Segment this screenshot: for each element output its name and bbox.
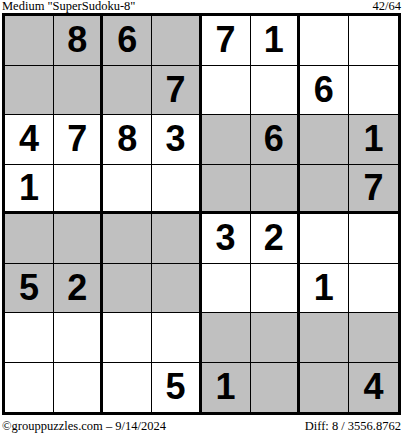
copyright-credit: ©grouppuzzles.com – 9/14/2024 xyxy=(2,419,166,433)
puzzle-title: Medium "SuperSudoku-8" xyxy=(2,0,135,13)
cell-r3c3: 8 xyxy=(103,115,152,165)
cell-r4c5[interactable] xyxy=(202,165,251,215)
cell-r5c3[interactable] xyxy=(103,214,152,264)
cell-r1c7[interactable] xyxy=(300,16,349,66)
cell-r6c6[interactable] xyxy=(251,264,300,314)
cell-r1c6: 1 xyxy=(251,16,300,66)
cell-r6c4[interactable] xyxy=(152,264,201,314)
cell-r2c5[interactable] xyxy=(202,66,251,116)
cell-r1c2: 8 xyxy=(54,16,103,66)
cell-r8c1[interactable] xyxy=(5,363,54,413)
cell-r4c3[interactable] xyxy=(103,165,152,215)
cell-r3c7[interactable] xyxy=(300,115,349,165)
cell-r5c7[interactable] xyxy=(300,214,349,264)
cell-r7c2[interactable] xyxy=(54,313,103,363)
cell-r6c8[interactable] xyxy=(349,264,398,314)
cell-r2c3[interactable] xyxy=(103,66,152,116)
cell-r3c8: 1 xyxy=(349,115,398,165)
cell-r8c2[interactable] xyxy=(54,363,103,413)
cell-r2c8[interactable] xyxy=(349,66,398,116)
cell-r6c1: 5 xyxy=(5,264,54,314)
cell-r4c8: 7 xyxy=(349,165,398,215)
cell-r4c1: 1 xyxy=(5,165,54,215)
footer: ©grouppuzzles.com – 9/14/2024 Diff: 8 / … xyxy=(2,419,401,433)
cell-r5c6: 2 xyxy=(251,214,300,264)
cell-r7c8[interactable] xyxy=(349,313,398,363)
cell-r5c8[interactable] xyxy=(349,214,398,264)
cell-r3c5[interactable] xyxy=(202,115,251,165)
cell-r7c6[interactable] xyxy=(251,313,300,363)
cell-r2c7: 6 xyxy=(300,66,349,116)
cell-r6c5[interactable] xyxy=(202,264,251,314)
cell-r1c8[interactable] xyxy=(349,16,398,66)
cell-r7c3[interactable] xyxy=(103,313,152,363)
cell-r5c4[interactable] xyxy=(152,214,201,264)
cell-r4c7[interactable] xyxy=(300,165,349,215)
cell-r4c6[interactable] xyxy=(251,165,300,215)
cell-r2c6[interactable] xyxy=(251,66,300,116)
cell-r1c1[interactable] xyxy=(5,16,54,66)
cell-r1c3: 6 xyxy=(103,16,152,66)
cell-r1c5: 7 xyxy=(202,16,251,66)
cell-r5c1[interactable] xyxy=(5,214,54,264)
cell-r6c7: 1 xyxy=(300,264,349,314)
cell-r8c5: 1 xyxy=(202,363,251,413)
cell-r8c3[interactable] xyxy=(103,363,152,413)
cell-r3c2: 7 xyxy=(54,115,103,165)
cell-r2c2[interactable] xyxy=(54,66,103,116)
cell-r4c4[interactable] xyxy=(152,165,201,215)
cell-r8c7[interactable] xyxy=(300,363,349,413)
cell-r2c1[interactable] xyxy=(5,66,54,116)
cells-remaining-counter: 42/64 xyxy=(373,0,401,13)
cell-r7c7[interactable] xyxy=(300,313,349,363)
puzzle-page: Medium "SuperSudoku-8" 42/64 86717647836… xyxy=(0,0,403,437)
cell-r5c2[interactable] xyxy=(54,214,103,264)
cell-r1c4[interactable] xyxy=(152,16,201,66)
cell-r8c4: 5 xyxy=(152,363,201,413)
difficulty-rating: Diff: 8 / 3556.8762 xyxy=(305,419,401,433)
cell-r7c5[interactable] xyxy=(202,313,251,363)
cell-r5c5: 3 xyxy=(202,214,251,264)
cell-r7c1[interactable] xyxy=(5,313,54,363)
cell-r3c4: 3 xyxy=(152,115,201,165)
cell-r6c3[interactable] xyxy=(103,264,152,314)
cell-r3c1: 4 xyxy=(5,115,54,165)
sudoku-board: 8671764783611732521514 xyxy=(2,13,401,415)
cell-r3c6: 6 xyxy=(251,115,300,165)
cell-r8c8: 4 xyxy=(349,363,398,413)
cell-r6c2: 2 xyxy=(54,264,103,314)
cell-r2c4: 7 xyxy=(152,66,201,116)
cell-r8c6[interactable] xyxy=(251,363,300,413)
header: Medium "SuperSudoku-8" 42/64 xyxy=(2,0,401,13)
cell-r7c4[interactable] xyxy=(152,313,201,363)
cell-r4c2[interactable] xyxy=(54,165,103,215)
